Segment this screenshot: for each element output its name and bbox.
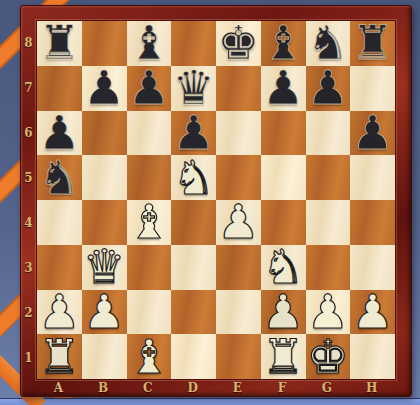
piece-white-queen-b3[interactable]: ♛ [83, 245, 125, 289]
piece-black-rook-h8[interactable]: ♜ [352, 21, 394, 65]
square-a1[interactable]: ♜ [37, 334, 82, 379]
square-g6[interactable] [306, 111, 351, 156]
piece-white-pawn-a2[interactable]: ♟ [38, 290, 80, 334]
square-c8[interactable]: ♝ [127, 21, 172, 66]
piece-white-pawn-f2[interactable]: ♟ [262, 290, 304, 334]
square-d6[interactable]: ♟ [171, 111, 216, 156]
square-a8[interactable]: ♜ [37, 21, 82, 66]
square-f7[interactable]: ♟ [261, 66, 306, 111]
square-a6[interactable]: ♟ [37, 111, 82, 156]
square-g3[interactable] [306, 245, 351, 290]
square-h5[interactable] [350, 155, 395, 200]
square-f6[interactable] [261, 111, 306, 156]
bottom-blue-bar [0, 398, 420, 405]
rank-label-4: 4 [21, 200, 36, 245]
square-b7[interactable]: ♟ [82, 66, 127, 111]
square-a2[interactable]: ♟ [37, 290, 82, 335]
piece-white-knight-f3[interactable]: ♞ [262, 245, 304, 289]
square-h2[interactable]: ♟ [350, 290, 395, 335]
file-label-d: D [170, 379, 215, 396]
square-e1[interactable] [216, 334, 261, 379]
rank-label-8: 8 [21, 20, 36, 65]
square-f5[interactable] [261, 155, 306, 200]
square-h3[interactable] [350, 245, 395, 290]
piece-black-queen-d7[interactable]: ♛ [173, 66, 215, 110]
square-a7[interactable] [37, 66, 82, 111]
square-c4[interactable]: ♝ [127, 200, 172, 245]
square-b6[interactable] [82, 111, 127, 156]
square-g7[interactable]: ♟ [306, 66, 351, 111]
square-a5[interactable]: ♞ [37, 155, 82, 200]
square-h8[interactable]: ♜ [350, 21, 395, 66]
piece-black-knight-g8[interactable]: ♞ [307, 21, 349, 65]
piece-black-pawn-f7[interactable]: ♟ [262, 66, 304, 110]
piece-black-pawn-b7[interactable]: ♟ [83, 66, 125, 110]
square-d8[interactable] [171, 21, 216, 66]
chess-board: ♜♝♚♝♞♜♟♟♛♟♟♟♟♟♞♞♝♟♛♞♟♟♟♟♟♜♝♜♚ [36, 20, 396, 380]
piece-white-pawn-h2[interactable]: ♟ [352, 290, 394, 334]
rank-label-7: 7 [21, 65, 36, 110]
square-f4[interactable] [261, 200, 306, 245]
piece-black-pawn-d6[interactable]: ♟ [173, 111, 215, 155]
piece-black-pawn-g7[interactable]: ♟ [307, 66, 349, 110]
piece-white-rook-a1[interactable]: ♜ [38, 335, 80, 379]
rank-label-6: 6 [21, 110, 36, 155]
square-e7[interactable] [216, 66, 261, 111]
piece-white-pawn-b2[interactable]: ♟ [83, 290, 125, 334]
square-g8[interactable]: ♞ [306, 21, 351, 66]
chess-board-frame: 87654321 ABCDEFGH ♜♝♚♝♞♜♟♟♛♟♟♟♟♟♞♞♝♟♛♞♟♟… [20, 5, 412, 397]
piece-black-king-e8[interactable]: ♚ [217, 21, 259, 65]
square-c2[interactable] [127, 290, 172, 335]
square-d7[interactable]: ♛ [171, 66, 216, 111]
rank-labels: 87654321 [21, 20, 36, 380]
board-grid: ♜♝♚♝♞♜♟♟♛♟♟♟♟♟♞♞♝♟♛♞♟♟♟♟♟♜♝♜♚ [37, 21, 395, 379]
square-g2[interactable]: ♟ [306, 290, 351, 335]
square-c7[interactable]: ♟ [127, 66, 172, 111]
square-e5[interactable] [216, 155, 261, 200]
square-g5[interactable] [306, 155, 351, 200]
square-e8[interactable]: ♚ [216, 21, 261, 66]
square-f3[interactable]: ♞ [261, 245, 306, 290]
square-b8[interactable] [82, 21, 127, 66]
piece-white-pawn-e4[interactable]: ♟ [217, 200, 259, 244]
piece-white-king-g1[interactable]: ♚ [307, 335, 349, 379]
square-a3[interactable] [37, 245, 82, 290]
file-label-e: E [215, 379, 260, 396]
square-b4[interactable] [82, 200, 127, 245]
piece-black-rook-a8[interactable]: ♜ [38, 21, 80, 65]
square-f8[interactable]: ♝ [261, 21, 306, 66]
file-label-b: B [81, 379, 126, 396]
square-c6[interactable] [127, 111, 172, 156]
square-b3[interactable]: ♛ [82, 245, 127, 290]
square-c3[interactable] [127, 245, 172, 290]
piece-black-pawn-a6[interactable]: ♟ [38, 111, 80, 155]
square-e6[interactable] [216, 111, 261, 156]
square-b1[interactable] [82, 334, 127, 379]
piece-black-bishop-c8[interactable]: ♝ [128, 21, 170, 65]
piece-black-pawn-h6[interactable]: ♟ [352, 111, 394, 155]
piece-black-pawn-c7[interactable]: ♟ [128, 66, 170, 110]
square-e4[interactable]: ♟ [216, 200, 261, 245]
square-e3[interactable] [216, 245, 261, 290]
square-c5[interactable] [127, 155, 172, 200]
piece-black-bishop-f8[interactable]: ♝ [262, 21, 304, 65]
square-d5[interactable]: ♞ [171, 155, 216, 200]
piece-white-bishop-c1[interactable]: ♝ [128, 335, 170, 379]
piece-white-rook-f1[interactable]: ♜ [262, 335, 304, 379]
rank-label-5: 5 [21, 155, 36, 200]
square-d1[interactable] [171, 334, 216, 379]
square-a4[interactable] [37, 200, 82, 245]
square-d2[interactable] [171, 290, 216, 335]
rank-label-2: 2 [21, 290, 36, 335]
square-h1[interactable] [350, 334, 395, 379]
square-b5[interactable] [82, 155, 127, 200]
piece-white-bishop-c4[interactable]: ♝ [128, 200, 170, 244]
square-h4[interactable] [350, 200, 395, 245]
square-e2[interactable] [216, 290, 261, 335]
square-g4[interactable] [306, 200, 351, 245]
square-d4[interactable] [171, 200, 216, 245]
square-d3[interactable] [171, 245, 216, 290]
piece-black-knight-a5[interactable]: ♞ [38, 156, 80, 200]
square-c1[interactable]: ♝ [127, 334, 172, 379]
square-b2[interactable]: ♟ [82, 290, 127, 335]
piece-white-knight-d5[interactable]: ♞ [173, 156, 215, 200]
square-f1[interactable]: ♜ [261, 334, 306, 379]
file-label-h: H [349, 379, 394, 396]
piece-white-pawn-g2[interactable]: ♟ [307, 290, 349, 334]
square-h6[interactable]: ♟ [350, 111, 395, 156]
square-f2[interactable]: ♟ [261, 290, 306, 335]
square-h7[interactable] [350, 66, 395, 111]
square-g1[interactable]: ♚ [306, 334, 351, 379]
rank-label-3: 3 [21, 245, 36, 290]
rank-label-1: 1 [21, 335, 36, 380]
